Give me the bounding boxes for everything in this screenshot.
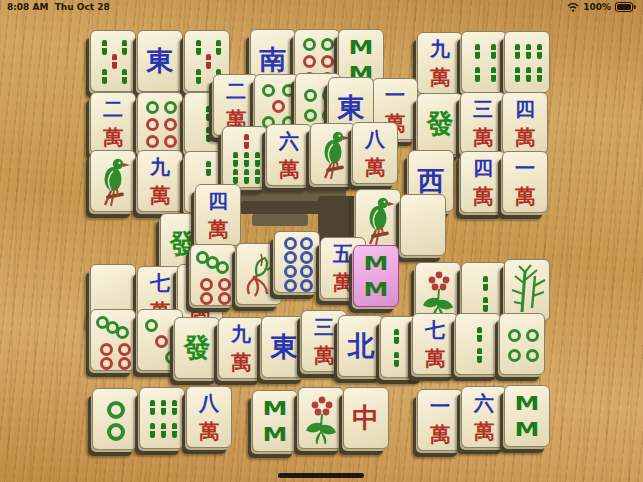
tile-N[interactable]: 北 <box>338 315 384 377</box>
circle-pip <box>284 279 297 292</box>
bamboo-stick <box>112 54 117 69</box>
bamboo-stick <box>477 348 482 363</box>
circle-pip <box>508 349 521 362</box>
tile-b6[interactable] <box>504 31 550 93</box>
wan-number: 八 <box>353 126 397 152</box>
wan-number: 二 <box>214 78 258 104</box>
wan-number: 四 <box>503 96 547 122</box>
bamboo-stick <box>172 423 177 438</box>
tile-b8[interactable]: M M <box>504 385 550 447</box>
wan-character: 萬 <box>503 183 547 209</box>
tile-Bai[interactable] <box>400 194 446 256</box>
bamboo-stick <box>491 44 496 59</box>
bamboo-stick <box>537 44 542 59</box>
circle-pip <box>526 349 539 362</box>
wan-character: 萬 <box>219 349 263 375</box>
tile-F[interactable]: 發 <box>174 317 220 379</box>
wan-character: 萬 <box>461 124 505 150</box>
bamboo-stick <box>161 423 166 438</box>
circle-pip <box>284 251 297 264</box>
bamboo-stick <box>515 67 520 82</box>
tile-w1[interactable]: 一 萬 <box>417 389 463 451</box>
hidden-tile-stack-edge <box>318 196 356 243</box>
circle-pip <box>282 84 295 97</box>
circle-pip <box>107 401 125 419</box>
bamboo-stick <box>244 134 249 149</box>
circle-pip <box>300 265 313 278</box>
tile-c4[interactable] <box>499 313 545 375</box>
wind-character: 北 <box>339 316 383 376</box>
circle-pip <box>146 135 159 148</box>
tile-w9[interactable]: 九 萬 <box>218 317 264 379</box>
circle-pip <box>218 278 231 291</box>
wan-number: 一 <box>373 82 417 108</box>
circle-pip <box>303 38 316 51</box>
wan-number: 六 <box>267 128 311 154</box>
circle-pip <box>145 319 158 332</box>
red-dragon-character: 中 <box>344 388 388 448</box>
tile-w8[interactable]: 八 萬 <box>186 386 232 448</box>
wind-character: 東 <box>138 31 182 91</box>
tile-w2[interactable]: 二 萬 <box>90 92 136 154</box>
wan-number: 七 <box>413 317 457 343</box>
bamboo-stick <box>244 152 249 167</box>
bamboo-stick <box>477 327 482 342</box>
home-indicator[interactable] <box>278 473 364 478</box>
circle-pip <box>118 343 131 356</box>
tile-w7[interactable]: 七 萬 <box>412 313 458 375</box>
bamboo-stick <box>122 40 127 55</box>
bamboo-stick <box>483 276 488 291</box>
green-dragon-character: 發 <box>418 94 462 154</box>
circle-pip <box>303 55 316 68</box>
wan-character: 萬 <box>413 345 457 371</box>
wan-character: 萬 <box>91 124 135 150</box>
circle-pip <box>218 292 231 305</box>
wan-character: 萬 <box>138 182 182 208</box>
tile-b1[interactable] <box>90 150 136 212</box>
tile-b8[interactable]: M M <box>252 390 298 452</box>
tile-w3[interactable]: 三 萬 <box>460 92 506 154</box>
circle-pip <box>304 109 317 122</box>
circle-pip <box>200 278 213 291</box>
wan-character: 萬 <box>418 64 462 90</box>
bamboo-stick <box>206 127 211 142</box>
tile-c7[interactable] <box>190 244 236 306</box>
circle-pip <box>155 335 168 348</box>
circle-pip <box>100 357 113 370</box>
circle-pip <box>526 329 539 342</box>
bamboo-stick <box>206 161 211 176</box>
bamboo-eight-lower: M <box>500 418 555 440</box>
circle-pip <box>116 326 129 339</box>
tile-c7[interactable] <box>90 309 136 371</box>
wan-character: 萬 <box>503 124 547 150</box>
bamboo-stick <box>122 69 127 84</box>
bamboo-stick <box>394 352 399 367</box>
bamboo-stick <box>483 297 488 312</box>
bamboo-stick <box>526 44 531 59</box>
bamboo-stick <box>196 40 201 55</box>
hidden-tile-stack-edge <box>252 214 308 226</box>
tile-c6[interactable] <box>137 92 183 154</box>
bamboo-stick <box>233 152 238 167</box>
tile-Zh[interactable]: 中 <box>343 387 389 449</box>
wan-character: 萬 <box>267 156 311 182</box>
tile-w4[interactable]: 四 萬 <box>460 151 506 213</box>
tile-b1[interactable] <box>310 123 356 185</box>
circle-pip <box>107 423 125 441</box>
bamboo-stick <box>206 106 211 121</box>
wan-number: 二 <box>91 96 135 122</box>
tile-b7[interactable] <box>222 126 268 188</box>
wan-character: 萬 <box>187 418 231 444</box>
wind-character: 東 <box>262 317 306 377</box>
bamboo-stick <box>537 67 542 82</box>
wan-number: 七 <box>138 270 182 296</box>
bamboo-stick <box>515 44 520 59</box>
tile-w4[interactable]: 四 萬 <box>195 184 241 246</box>
bamboo-stick <box>196 69 201 84</box>
tile-b5[interactable] <box>90 30 136 92</box>
tile-b8-selected[interactable]: M M <box>353 245 399 307</box>
circle-pip <box>321 55 334 68</box>
circle-pip <box>216 261 229 274</box>
tile-w4[interactable]: 四 萬 <box>502 92 548 154</box>
bamboo-stick <box>216 40 221 55</box>
circle-pip <box>164 118 177 131</box>
bamboo-stick <box>102 69 107 84</box>
bamboo-eight-upper: M <box>248 397 303 419</box>
tile-w1[interactable]: 一 萬 <box>502 151 548 213</box>
wan-number: 一 <box>418 393 462 419</box>
bamboo-stick <box>255 152 260 167</box>
tile-E[interactable]: 東 <box>137 30 183 92</box>
wan-number: 九 <box>219 321 263 347</box>
bamboo-stick <box>150 400 155 415</box>
tile-w6[interactable]: 六 萬 <box>266 124 312 186</box>
tile-w9[interactable]: 九 萬 <box>137 150 183 212</box>
circle-pip <box>300 237 313 250</box>
bamboo-stick <box>255 169 260 184</box>
bamboo-eight-upper: M <box>500 392 555 414</box>
bamboo-stick <box>161 400 166 415</box>
tile-w9[interactable]: 九 萬 <box>417 32 463 94</box>
circle-pip <box>200 292 213 305</box>
circle-pip <box>118 357 131 370</box>
bamboo-stick <box>233 169 238 184</box>
wan-number: 一 <box>503 155 547 181</box>
wan-character: 萬 <box>418 421 462 447</box>
bamboo-stick <box>491 67 496 82</box>
green-dragon-character: 發 <box>175 318 219 378</box>
wan-number: 九 <box>418 36 462 62</box>
bamboo-stick <box>244 169 249 184</box>
bamboo-stick <box>475 67 480 82</box>
circle-pip <box>284 265 297 278</box>
bamboo-stick <box>394 329 399 344</box>
bamboo-stick <box>206 54 211 69</box>
circle-pip <box>146 101 159 114</box>
tile-b2[interactable] <box>455 313 501 375</box>
bamboo-stick <box>150 423 155 438</box>
wan-character: 萬 <box>353 154 397 180</box>
circle-pip <box>100 343 113 356</box>
tile-c2[interactable] <box>92 388 138 450</box>
bamboo-eight-upper: M <box>349 252 404 274</box>
circle-pip <box>508 329 521 342</box>
wan-character: 萬 <box>196 216 240 242</box>
tile-b4[interactable] <box>461 31 507 93</box>
bamboo-eight-upper: M <box>334 36 389 58</box>
wan-character: 萬 <box>461 183 505 209</box>
circle-pip <box>164 101 177 114</box>
circle-pip <box>272 100 285 113</box>
mahjong-board: 東南M M九 萬二 萬二 萬一 萬東發三 萬四 萬 <box>0 0 643 482</box>
circle-pip <box>300 279 313 292</box>
bamboo-stick <box>102 40 107 55</box>
wan-number: 八 <box>187 390 231 416</box>
tile-fl-chrys[interactable] <box>298 387 344 449</box>
circle-pip <box>262 84 275 97</box>
tile-b6[interactable] <box>139 387 185 449</box>
bamboo-stick <box>526 67 531 82</box>
circle-pip <box>300 251 313 264</box>
bamboo-eight-lower: M <box>349 278 404 300</box>
bamboo-stick <box>475 44 480 59</box>
tile-se-bamboo[interactable] <box>504 259 550 321</box>
bamboo-stick <box>172 400 177 415</box>
tile-F[interactable]: 發 <box>417 93 463 155</box>
circle-pip <box>304 89 317 102</box>
circle-pip <box>321 38 334 51</box>
circle-pip <box>164 135 177 148</box>
circle-pip <box>146 118 159 131</box>
bamboo-eight-lower: M <box>248 423 303 445</box>
wan-number: 九 <box>138 154 182 180</box>
wan-number: 四 <box>461 155 505 181</box>
wan-number: 三 <box>461 96 505 122</box>
circle-pip <box>284 237 297 250</box>
wan-number: 四 <box>196 188 240 214</box>
tile-w8[interactable]: 八 萬 <box>352 122 398 184</box>
tile-c8[interactable] <box>274 231 320 293</box>
